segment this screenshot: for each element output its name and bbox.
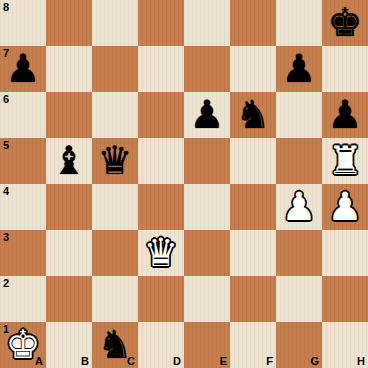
square-e8[interactable] <box>184 0 230 46</box>
square-b8[interactable] <box>46 0 92 46</box>
square-d7[interactable] <box>138 46 184 92</box>
square-h5[interactable]: ♜ <box>322 138 368 184</box>
square-e7[interactable] <box>184 46 230 92</box>
black-pawn[interactable]: ♟ <box>190 92 225 138</box>
square-f3[interactable] <box>230 230 276 276</box>
square-b7[interactable] <box>46 46 92 92</box>
square-g1[interactable]: G <box>276 322 322 368</box>
square-c3[interactable] <box>92 230 138 276</box>
square-d5[interactable] <box>138 138 184 184</box>
square-a5[interactable]: 5 <box>0 138 46 184</box>
square-b2[interactable] <box>46 276 92 322</box>
square-a7[interactable]: 7♟ <box>0 46 46 92</box>
board-grid: 8♚7♟♟6♟♞♟5♝♛♜4♟♟3♛21A♚BC♞DEFGH <box>0 0 368 368</box>
black-pawn[interactable]: ♟ <box>6 46 41 92</box>
square-g2[interactable] <box>276 276 322 322</box>
square-c2[interactable] <box>92 276 138 322</box>
square-h1[interactable]: H <box>322 322 368 368</box>
square-f7[interactable] <box>230 46 276 92</box>
square-c7[interactable] <box>92 46 138 92</box>
white-rook[interactable]: ♜ <box>328 138 363 184</box>
square-g7[interactable]: ♟ <box>276 46 322 92</box>
black-knight[interactable]: ♞ <box>98 322 133 368</box>
square-g8[interactable] <box>276 0 322 46</box>
square-d2[interactable] <box>138 276 184 322</box>
white-pawn[interactable]: ♟ <box>328 184 363 230</box>
black-bishop[interactable]: ♝ <box>52 138 87 184</box>
file-label-H: H <box>357 356 365 367</box>
square-a8[interactable]: 8 <box>0 0 46 46</box>
square-h4[interactable]: ♟ <box>322 184 368 230</box>
black-knight[interactable]: ♞ <box>236 92 271 138</box>
rank-label-5: 5 <box>3 140 9 151</box>
square-d3[interactable]: ♛ <box>138 230 184 276</box>
file-label-E: E <box>220 356 227 367</box>
square-g6[interactable] <box>276 92 322 138</box>
black-queen[interactable]: ♛ <box>98 138 133 184</box>
square-c5[interactable]: ♛ <box>92 138 138 184</box>
rank-label-3: 3 <box>3 232 9 243</box>
square-e6[interactable]: ♟ <box>184 92 230 138</box>
white-queen[interactable]: ♛ <box>144 230 179 276</box>
square-h3[interactable] <box>322 230 368 276</box>
square-d8[interactable] <box>138 0 184 46</box>
square-c8[interactable] <box>92 0 138 46</box>
black-pawn[interactable]: ♟ <box>328 92 363 138</box>
square-f5[interactable] <box>230 138 276 184</box>
square-a2[interactable]: 2 <box>0 276 46 322</box>
square-c1[interactable]: C♞ <box>92 322 138 368</box>
square-e3[interactable] <box>184 230 230 276</box>
square-e4[interactable] <box>184 184 230 230</box>
square-e1[interactable]: E <box>184 322 230 368</box>
square-d6[interactable] <box>138 92 184 138</box>
file-label-D: D <box>173 356 181 367</box>
square-f2[interactable] <box>230 276 276 322</box>
file-label-F: F <box>266 356 273 367</box>
square-d4[interactable] <box>138 184 184 230</box>
square-a4[interactable]: 4 <box>0 184 46 230</box>
square-a1[interactable]: 1A♚ <box>0 322 46 368</box>
square-d1[interactable]: D <box>138 322 184 368</box>
rank-label-4: 4 <box>3 186 9 197</box>
square-f1[interactable]: F <box>230 322 276 368</box>
square-h6[interactable]: ♟ <box>322 92 368 138</box>
square-h7[interactable] <box>322 46 368 92</box>
square-a6[interactable]: 6 <box>0 92 46 138</box>
square-f8[interactable] <box>230 0 276 46</box>
square-b4[interactable] <box>46 184 92 230</box>
black-pawn[interactable]: ♟ <box>282 46 317 92</box>
square-f4[interactable] <box>230 184 276 230</box>
square-h8[interactable]: ♚ <box>322 0 368 46</box>
square-b6[interactable] <box>46 92 92 138</box>
square-b3[interactable] <box>46 230 92 276</box>
square-g3[interactable] <box>276 230 322 276</box>
file-label-G: G <box>310 356 319 367</box>
square-e2[interactable] <box>184 276 230 322</box>
square-g5[interactable] <box>276 138 322 184</box>
rank-label-8: 8 <box>3 2 9 13</box>
rank-label-2: 2 <box>3 278 9 289</box>
square-f6[interactable]: ♞ <box>230 92 276 138</box>
square-h2[interactable] <box>322 276 368 322</box>
file-label-B: B <box>81 356 89 367</box>
rank-label-6: 6 <box>3 94 9 105</box>
chess-board: 8♚7♟♟6♟♞♟5♝♛♜4♟♟3♛21A♚BC♞DEFGH <box>0 0 368 368</box>
square-c4[interactable] <box>92 184 138 230</box>
white-king[interactable]: ♚ <box>6 322 41 368</box>
white-pawn[interactable]: ♟ <box>282 184 317 230</box>
square-e5[interactable] <box>184 138 230 184</box>
square-c6[interactable] <box>92 92 138 138</box>
square-a3[interactable]: 3 <box>0 230 46 276</box>
square-g4[interactable]: ♟ <box>276 184 322 230</box>
square-b1[interactable]: B <box>46 322 92 368</box>
black-king[interactable]: ♚ <box>328 0 363 46</box>
square-b5[interactable]: ♝ <box>46 138 92 184</box>
